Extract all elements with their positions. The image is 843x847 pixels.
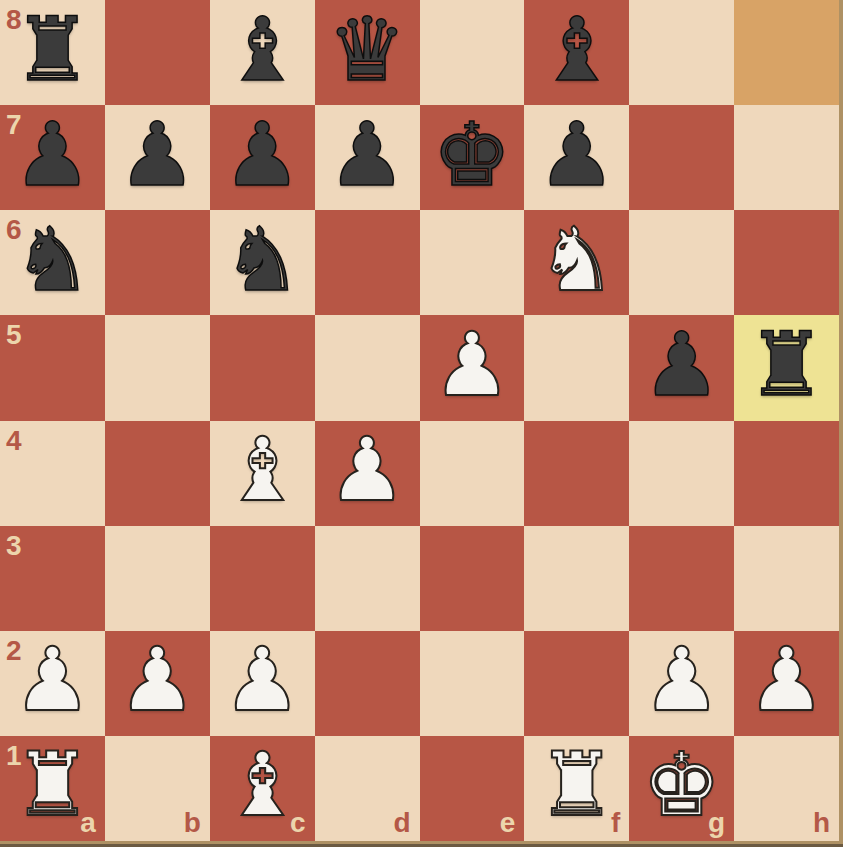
- square-g4[interactable]: [629, 421, 734, 526]
- file-label-b: b: [184, 809, 201, 837]
- square-g8[interactable]: [629, 0, 734, 105]
- square-f2[interactable]: [524, 631, 629, 736]
- square-d6[interactable]: [315, 210, 420, 315]
- square-e7[interactable]: ♚: [420, 105, 525, 210]
- square-c3[interactable]: [210, 526, 315, 631]
- square-e3[interactable]: [420, 526, 525, 631]
- piece-black-bishop[interactable]: ♝: [210, 0, 315, 105]
- piece-black-rook[interactable]: ♜: [734, 315, 839, 420]
- square-e6[interactable]: [420, 210, 525, 315]
- square-f3[interactable]: [524, 526, 629, 631]
- square-h1[interactable]: h: [734, 736, 839, 841]
- chess-board: 8♜♝♛♝7♟♟♟♟♚♟6♞♞♞5♟♟♜4♝♟32♟♟♟♟♟1a♜bc♝def♜…: [0, 0, 839, 841]
- square-a6[interactable]: 6♞: [0, 210, 105, 315]
- piece-white-pawn[interactable]: ♟: [734, 631, 839, 736]
- file-label-h: h: [813, 809, 830, 837]
- square-b8[interactable]: [105, 0, 210, 105]
- square-d8[interactable]: ♛: [315, 0, 420, 105]
- square-g5[interactable]: ♟: [629, 315, 734, 420]
- square-e4[interactable]: [420, 421, 525, 526]
- piece-white-pawn[interactable]: ♟: [315, 421, 420, 526]
- square-g1[interactable]: g♚: [629, 736, 734, 841]
- square-h8[interactable]: [734, 0, 839, 105]
- square-a2[interactable]: 2♟: [0, 631, 105, 736]
- square-a1[interactable]: 1a♜: [0, 736, 105, 841]
- piece-white-rook[interactable]: ♜: [524, 736, 629, 841]
- square-e2[interactable]: [420, 631, 525, 736]
- square-c5[interactable]: [210, 315, 315, 420]
- square-b6[interactable]: [105, 210, 210, 315]
- piece-black-pawn[interactable]: ♟: [0, 105, 105, 210]
- square-g2[interactable]: ♟: [629, 631, 734, 736]
- square-f1[interactable]: f♜: [524, 736, 629, 841]
- square-f5[interactable]: [524, 315, 629, 420]
- piece-black-rook[interactable]: ♜: [0, 0, 105, 105]
- square-h5[interactable]: ♜: [734, 315, 839, 420]
- rank-label-4: 4: [6, 427, 22, 455]
- square-b7[interactable]: ♟: [105, 105, 210, 210]
- square-f7[interactable]: ♟: [524, 105, 629, 210]
- chess-board-frame: 8♜♝♛♝7♟♟♟♟♚♟6♞♞♞5♟♟♜4♝♟32♟♟♟♟♟1a♜bc♝def♜…: [0, 0, 843, 847]
- piece-black-pawn[interactable]: ♟: [105, 105, 210, 210]
- square-e1[interactable]: e: [420, 736, 525, 841]
- piece-black-pawn[interactable]: ♟: [315, 105, 420, 210]
- square-h3[interactable]: [734, 526, 839, 631]
- square-f4[interactable]: [524, 421, 629, 526]
- square-e5[interactable]: ♟: [420, 315, 525, 420]
- rank-label-3: 3: [6, 532, 22, 560]
- square-d3[interactable]: [315, 526, 420, 631]
- piece-black-pawn[interactable]: ♟: [210, 105, 315, 210]
- piece-white-pawn[interactable]: ♟: [0, 631, 105, 736]
- piece-black-pawn[interactable]: ♟: [524, 105, 629, 210]
- square-b1[interactable]: b: [105, 736, 210, 841]
- piece-white-pawn[interactable]: ♟: [629, 631, 734, 736]
- square-h6[interactable]: [734, 210, 839, 315]
- square-c2[interactable]: ♟: [210, 631, 315, 736]
- square-d4[interactable]: ♟: [315, 421, 420, 526]
- piece-white-bishop[interactable]: ♝: [210, 736, 315, 841]
- square-b3[interactable]: [105, 526, 210, 631]
- square-a8[interactable]: 8♜: [0, 0, 105, 105]
- piece-black-queen[interactable]: ♛: [315, 0, 420, 105]
- file-label-d: d: [393, 809, 410, 837]
- square-d2[interactable]: [315, 631, 420, 736]
- piece-white-pawn[interactable]: ♟: [105, 631, 210, 736]
- square-c1[interactable]: c♝: [210, 736, 315, 841]
- square-d1[interactable]: d: [315, 736, 420, 841]
- piece-white-pawn[interactable]: ♟: [420, 315, 525, 420]
- square-b5[interactable]: [105, 315, 210, 420]
- piece-black-king[interactable]: ♚: [420, 105, 525, 210]
- square-h7[interactable]: [734, 105, 839, 210]
- square-c8[interactable]: ♝: [210, 0, 315, 105]
- square-b2[interactable]: ♟: [105, 631, 210, 736]
- piece-white-knight[interactable]: ♞: [524, 210, 629, 315]
- piece-black-knight[interactable]: ♞: [210, 210, 315, 315]
- square-b4[interactable]: [105, 421, 210, 526]
- square-h4[interactable]: [734, 421, 839, 526]
- piece-black-pawn[interactable]: ♟: [629, 315, 734, 420]
- piece-white-king[interactable]: ♚: [629, 736, 734, 841]
- square-g7[interactable]: [629, 105, 734, 210]
- piece-white-bishop[interactable]: ♝: [210, 421, 315, 526]
- rank-label-5: 5: [6, 321, 22, 349]
- square-d7[interactable]: ♟: [315, 105, 420, 210]
- square-c7[interactable]: ♟: [210, 105, 315, 210]
- square-f8[interactable]: ♝: [524, 0, 629, 105]
- square-h2[interactable]: ♟: [734, 631, 839, 736]
- square-f6[interactable]: ♞: [524, 210, 629, 315]
- piece-white-pawn[interactable]: ♟: [210, 631, 315, 736]
- piece-black-knight[interactable]: ♞: [0, 210, 105, 315]
- square-c4[interactable]: ♝: [210, 421, 315, 526]
- square-g3[interactable]: [629, 526, 734, 631]
- piece-white-rook[interactable]: ♜: [0, 736, 105, 841]
- square-a7[interactable]: 7♟: [0, 105, 105, 210]
- piece-black-bishop[interactable]: ♝: [524, 0, 629, 105]
- square-a5[interactable]: 5: [0, 315, 105, 420]
- square-e8[interactable]: [420, 0, 525, 105]
- square-d5[interactable]: [315, 315, 420, 420]
- file-label-e: e: [500, 809, 516, 837]
- square-c6[interactable]: ♞: [210, 210, 315, 315]
- square-g6[interactable]: [629, 210, 734, 315]
- square-a4[interactable]: 4: [0, 421, 105, 526]
- square-a3[interactable]: 3: [0, 526, 105, 631]
